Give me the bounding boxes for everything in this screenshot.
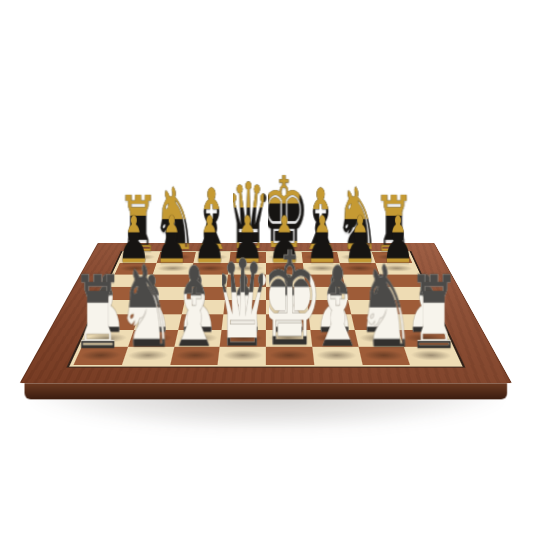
board-front-edge <box>25 383 508 399</box>
piece-white-bishop: ♝♝♝ <box>174 253 215 364</box>
piece-white-king: ♚♚♚ <box>269 235 310 365</box>
chess-set-photo: ♜♜♜♞♞♞♝♝♝♛♛♛♚♚♚♝♝♝♞♞♞♜♜♜♟♟♟♟♟♟♟♟♟♟♟♟♟♟♟♟… <box>0 0 533 533</box>
piece-white-rook: ♜♜♜ <box>78 262 119 363</box>
piece-white-knight: ♞♞♞ <box>126 251 167 364</box>
piece-white-bishop: ♝♝♝ <box>317 253 358 364</box>
pieces-layer: ♜♜♜♞♞♞♝♝♝♛♛♛♚♚♚♝♝♝♞♞♞♜♜♜♟♟♟♟♟♟♟♟♟♟♟♟♟♟♟♟… <box>73 252 458 365</box>
piece-white-rook: ♜♜♜ <box>413 262 454 363</box>
piece-white-knight: ♞♞♞ <box>365 251 406 364</box>
chess-board: ♜♜♜♞♞♞♝♝♝♛♛♛♚♚♚♝♝♝♞♞♞♜♜♜♟♟♟♟♟♟♟♟♟♟♟♟♟♟♟♟… <box>20 243 513 383</box>
